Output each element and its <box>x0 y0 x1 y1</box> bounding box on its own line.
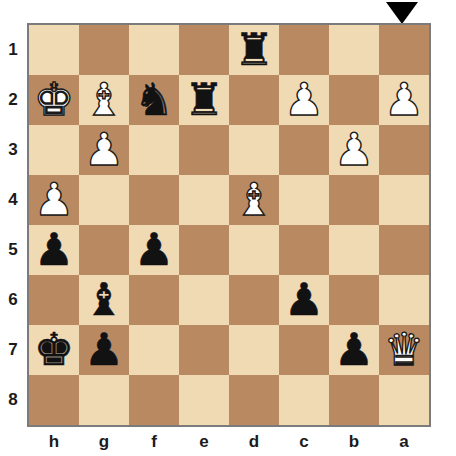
square-h1[interactable] <box>29 25 79 75</box>
square-f1[interactable] <box>129 25 179 75</box>
square-g4[interactable] <box>79 175 129 225</box>
square-e4[interactable] <box>179 175 229 225</box>
black-rook-e2[interactable]: ♜ <box>179 75 229 125</box>
black-pawn-f5[interactable]: ♟ <box>129 225 179 275</box>
square-e7[interactable] <box>179 325 229 375</box>
square-a5[interactable] <box>379 225 429 275</box>
square-e8[interactable] <box>179 375 229 425</box>
move-indicator-triangle-down-icon <box>386 2 418 24</box>
file-label-e: e <box>179 429 229 455</box>
white-pawn-b3[interactable]: ♟ <box>329 125 379 175</box>
square-d1[interactable]: ♜ <box>229 25 279 75</box>
square-d5[interactable] <box>229 225 279 275</box>
chess-app: ♜♚♝♞♜♟♟♟♟♟♝♟♟♝♟♚♟♟♛ 12345678 hgfedcba <box>0 0 456 456</box>
square-e1[interactable] <box>179 25 229 75</box>
square-a3[interactable] <box>379 125 429 175</box>
white-queen-a7[interactable]: ♛ <box>379 325 429 375</box>
square-g1[interactable] <box>79 25 129 75</box>
square-g7[interactable]: ♟ <box>79 325 129 375</box>
file-label-h: h <box>29 429 79 455</box>
square-b3[interactable]: ♟ <box>329 125 379 175</box>
square-h2[interactable]: ♚ <box>29 75 79 125</box>
black-pawn-b7[interactable]: ♟ <box>329 325 379 375</box>
white-pawn-g3[interactable]: ♟ <box>79 125 129 175</box>
square-d6[interactable] <box>229 275 279 325</box>
file-label-g: g <box>79 429 129 455</box>
square-a1[interactable] <box>379 25 429 75</box>
square-e2[interactable]: ♜ <box>179 75 229 125</box>
square-d7[interactable] <box>229 325 279 375</box>
square-b2[interactable] <box>329 75 379 125</box>
white-king-h2[interactable]: ♚ <box>29 75 79 125</box>
square-g8[interactable] <box>79 375 129 425</box>
rank-label-6: 6 <box>0 275 26 325</box>
square-e5[interactable] <box>179 225 229 275</box>
square-c2[interactable]: ♟ <box>279 75 329 125</box>
square-d4[interactable]: ♝ <box>229 175 279 225</box>
square-f2[interactable]: ♞ <box>129 75 179 125</box>
square-a4[interactable] <box>379 175 429 225</box>
black-pawn-c6[interactable]: ♟ <box>279 275 329 325</box>
square-h6[interactable] <box>29 275 79 325</box>
square-d3[interactable] <box>229 125 279 175</box>
square-f6[interactable] <box>129 275 179 325</box>
black-pawn-g7[interactable]: ♟ <box>79 325 129 375</box>
white-bishop-d4[interactable]: ♝ <box>229 175 279 225</box>
square-g3[interactable]: ♟ <box>79 125 129 175</box>
square-e6[interactable] <box>179 275 229 325</box>
square-b6[interactable] <box>329 275 379 325</box>
black-bishop-g6[interactable]: ♝ <box>79 275 129 325</box>
square-f3[interactable] <box>129 125 179 175</box>
square-d2[interactable] <box>229 75 279 125</box>
square-b4[interactable] <box>329 175 379 225</box>
square-a8[interactable] <box>379 375 429 425</box>
file-label-a: a <box>379 429 429 455</box>
rank-label-3: 3 <box>0 125 26 175</box>
black-rook-d1[interactable]: ♜ <box>229 25 279 75</box>
white-pawn-h4[interactable]: ♟ <box>29 175 79 225</box>
black-king-h7[interactable]: ♚ <box>29 325 79 375</box>
square-c3[interactable] <box>279 125 329 175</box>
square-h8[interactable] <box>29 375 79 425</box>
black-pawn-h5[interactable]: ♟ <box>29 225 79 275</box>
square-f5[interactable]: ♟ <box>129 225 179 275</box>
white-pawn-a2[interactable]: ♟ <box>379 75 429 125</box>
square-g5[interactable] <box>79 225 129 275</box>
square-a2[interactable]: ♟ <box>379 75 429 125</box>
rank-label-7: 7 <box>0 325 26 375</box>
square-f7[interactable] <box>129 325 179 375</box>
square-e3[interactable] <box>179 125 229 175</box>
square-c6[interactable]: ♟ <box>279 275 329 325</box>
rank-label-8: 8 <box>0 375 26 425</box>
square-c7[interactable] <box>279 325 329 375</box>
square-g2[interactable]: ♝ <box>79 75 129 125</box>
rank-label-1: 1 <box>0 25 26 75</box>
square-d8[interactable] <box>229 375 279 425</box>
square-f8[interactable] <box>129 375 179 425</box>
square-c5[interactable] <box>279 225 329 275</box>
rank-label-4: 4 <box>0 175 26 225</box>
square-c4[interactable] <box>279 175 329 225</box>
square-c1[interactable] <box>279 25 329 75</box>
square-g6[interactable]: ♝ <box>79 275 129 325</box>
square-c8[interactable] <box>279 375 329 425</box>
file-label-b: b <box>329 429 379 455</box>
square-a7[interactable]: ♛ <box>379 325 429 375</box>
square-b7[interactable]: ♟ <box>329 325 379 375</box>
file-label-f: f <box>129 429 179 455</box>
square-h7[interactable]: ♚ <box>29 325 79 375</box>
square-b1[interactable] <box>329 25 379 75</box>
black-knight-f2[interactable]: ♞ <box>129 75 179 125</box>
white-bishop-g2[interactable]: ♝ <box>79 75 129 125</box>
square-a6[interactable] <box>379 275 429 325</box>
white-pawn-c2[interactable]: ♟ <box>279 75 329 125</box>
square-h3[interactable] <box>29 125 79 175</box>
square-f4[interactable] <box>129 175 179 225</box>
square-h5[interactable]: ♟ <box>29 225 79 275</box>
square-b8[interactable] <box>329 375 379 425</box>
chess-board: ♜♚♝♞♜♟♟♟♟♟♝♟♟♝♟♚♟♟♛ <box>29 25 429 425</box>
square-h4[interactable]: ♟ <box>29 175 79 225</box>
square-b5[interactable] <box>329 225 379 275</box>
file-label-c: c <box>279 429 329 455</box>
rank-label-5: 5 <box>0 225 26 275</box>
rank-label-2: 2 <box>0 75 26 125</box>
file-label-d: d <box>229 429 279 455</box>
